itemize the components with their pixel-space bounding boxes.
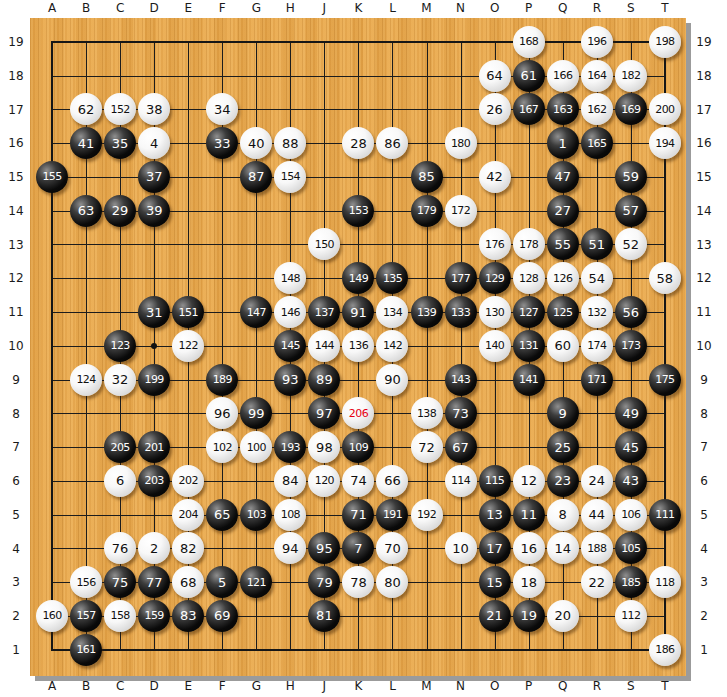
intersection-f10[interactable] bbox=[205, 329, 239, 363]
intersection-n10[interactable] bbox=[444, 329, 478, 363]
intersection-o18[interactable]: 64 bbox=[478, 59, 512, 93]
intersection-a16[interactable] bbox=[35, 126, 69, 160]
intersection-c3[interactable]: 75 bbox=[103, 565, 137, 599]
intersection-k5[interactable]: 71 bbox=[341, 498, 375, 532]
intersection-j4[interactable]: 95 bbox=[307, 531, 341, 565]
intersection-t4[interactable] bbox=[648, 531, 682, 565]
intersection-f14[interactable] bbox=[205, 194, 239, 228]
intersection-c1[interactable] bbox=[103, 633, 137, 667]
intersection-b2[interactable]: 157 bbox=[69, 599, 103, 633]
intersection-h9[interactable]: 93 bbox=[273, 363, 307, 397]
intersection-r4[interactable]: 188 bbox=[580, 531, 614, 565]
intersection-g18[interactable] bbox=[239, 59, 273, 93]
intersection-a12[interactable] bbox=[35, 261, 69, 295]
intersection-g10[interactable] bbox=[239, 329, 273, 363]
intersection-o17[interactable]: 26 bbox=[478, 93, 512, 127]
intersection-a17[interactable] bbox=[35, 93, 69, 127]
intersection-d1[interactable] bbox=[137, 633, 171, 667]
intersection-m1[interactable] bbox=[410, 633, 444, 667]
intersection-g1[interactable] bbox=[239, 633, 273, 667]
intersection-r12[interactable]: 54 bbox=[580, 261, 614, 295]
intersection-b11[interactable] bbox=[69, 295, 103, 329]
intersection-e4[interactable]: 82 bbox=[171, 531, 205, 565]
intersection-n1[interactable] bbox=[444, 633, 478, 667]
intersection-s3[interactable]: 185 bbox=[614, 565, 648, 599]
intersection-f6[interactable] bbox=[205, 464, 239, 498]
intersection-k12[interactable]: 149 bbox=[341, 261, 375, 295]
intersection-m7[interactable]: 72 bbox=[410, 430, 444, 464]
intersection-g17[interactable] bbox=[239, 93, 273, 127]
intersection-l6[interactable]: 66 bbox=[375, 464, 409, 498]
intersection-q19[interactable] bbox=[546, 25, 580, 59]
intersection-n9[interactable]: 143 bbox=[444, 363, 478, 397]
intersection-r1[interactable] bbox=[580, 633, 614, 667]
intersection-f4[interactable] bbox=[205, 531, 239, 565]
intersection-l12[interactable]: 135 bbox=[375, 261, 409, 295]
intersection-l18[interactable] bbox=[375, 59, 409, 93]
intersection-o6[interactable]: 115 bbox=[478, 464, 512, 498]
intersection-r10[interactable]: 174 bbox=[580, 329, 614, 363]
intersection-b8[interactable] bbox=[69, 396, 103, 430]
intersection-p19[interactable]: 168 bbox=[512, 25, 546, 59]
intersection-j8[interactable]: 97 bbox=[307, 396, 341, 430]
intersection-o16[interactable] bbox=[478, 126, 512, 160]
intersection-b12[interactable] bbox=[69, 261, 103, 295]
intersection-f8[interactable]: 96 bbox=[205, 396, 239, 430]
intersection-s14[interactable]: 57 bbox=[614, 194, 648, 228]
intersection-d15[interactable]: 37 bbox=[137, 160, 171, 194]
intersection-g3[interactable]: 121 bbox=[239, 565, 273, 599]
intersection-c17[interactable]: 152 bbox=[103, 93, 137, 127]
intersection-j14[interactable] bbox=[307, 194, 341, 228]
intersection-t9[interactable]: 175 bbox=[648, 363, 682, 397]
intersection-n8[interactable]: 73 bbox=[444, 396, 478, 430]
intersection-q1[interactable] bbox=[546, 633, 580, 667]
intersection-t1[interactable]: 186 bbox=[648, 633, 682, 667]
intersection-j13[interactable]: 150 bbox=[307, 228, 341, 262]
intersection-d2[interactable]: 159 bbox=[137, 599, 171, 633]
intersection-f2[interactable]: 69 bbox=[205, 599, 239, 633]
intersection-d18[interactable] bbox=[137, 59, 171, 93]
intersection-d6[interactable]: 203 bbox=[137, 464, 171, 498]
intersection-g13[interactable] bbox=[239, 228, 273, 262]
intersection-k14[interactable]: 153 bbox=[341, 194, 375, 228]
intersection-s11[interactable]: 56 bbox=[614, 295, 648, 329]
intersection-a14[interactable] bbox=[35, 194, 69, 228]
intersection-l11[interactable]: 134 bbox=[375, 295, 409, 329]
intersection-o5[interactable]: 13 bbox=[478, 498, 512, 532]
intersection-s10[interactable]: 173 bbox=[614, 329, 648, 363]
intersection-p10[interactable]: 131 bbox=[512, 329, 546, 363]
intersection-h17[interactable] bbox=[273, 93, 307, 127]
intersection-p3[interactable]: 18 bbox=[512, 565, 546, 599]
intersection-o8[interactable] bbox=[478, 396, 512, 430]
intersection-q8[interactable]: 9 bbox=[546, 396, 580, 430]
intersection-r5[interactable]: 44 bbox=[580, 498, 614, 532]
intersection-d4[interactable]: 2 bbox=[137, 531, 171, 565]
intersection-f17[interactable]: 34 bbox=[205, 93, 239, 127]
intersection-c6[interactable]: 6 bbox=[103, 464, 137, 498]
intersection-q7[interactable]: 25 bbox=[546, 430, 580, 464]
intersection-j5[interactable] bbox=[307, 498, 341, 532]
intersection-q18[interactable]: 166 bbox=[546, 59, 580, 93]
intersection-r2[interactable] bbox=[580, 599, 614, 633]
intersection-c18[interactable] bbox=[103, 59, 137, 93]
intersection-t8[interactable] bbox=[648, 396, 682, 430]
intersection-k17[interactable] bbox=[341, 93, 375, 127]
intersection-k4[interactable]: 7 bbox=[341, 531, 375, 565]
intersection-s4[interactable]: 105 bbox=[614, 531, 648, 565]
intersection-d12[interactable] bbox=[137, 261, 171, 295]
intersection-j15[interactable] bbox=[307, 160, 341, 194]
intersection-q6[interactable]: 23 bbox=[546, 464, 580, 498]
intersection-c4[interactable]: 76 bbox=[103, 531, 137, 565]
intersection-d19[interactable] bbox=[137, 25, 171, 59]
intersection-r13[interactable]: 51 bbox=[580, 228, 614, 262]
intersection-h12[interactable]: 148 bbox=[273, 261, 307, 295]
intersection-f19[interactable] bbox=[205, 25, 239, 59]
intersection-l8[interactable] bbox=[375, 396, 409, 430]
intersection-h6[interactable]: 84 bbox=[273, 464, 307, 498]
intersection-m13[interactable] bbox=[410, 228, 444, 262]
intersection-o19[interactable] bbox=[478, 25, 512, 59]
intersection-k2[interactable] bbox=[341, 599, 375, 633]
intersection-g9[interactable] bbox=[239, 363, 273, 397]
intersection-h7[interactable]: 193 bbox=[273, 430, 307, 464]
intersection-j17[interactable] bbox=[307, 93, 341, 127]
intersection-r18[interactable]: 164 bbox=[580, 59, 614, 93]
intersection-t5[interactable]: 111 bbox=[648, 498, 682, 532]
intersection-n14[interactable]: 172 bbox=[444, 194, 478, 228]
intersection-d10[interactable] bbox=[137, 329, 171, 363]
intersection-d17[interactable]: 38 bbox=[137, 93, 171, 127]
intersection-m4[interactable] bbox=[410, 531, 444, 565]
intersection-m16[interactable] bbox=[410, 126, 444, 160]
intersection-f12[interactable] bbox=[205, 261, 239, 295]
intersection-e6[interactable]: 202 bbox=[171, 464, 205, 498]
intersection-b4[interactable] bbox=[69, 531, 103, 565]
intersection-s2[interactable]: 112 bbox=[614, 599, 648, 633]
intersection-n11[interactable]: 133 bbox=[444, 295, 478, 329]
intersection-a8[interactable] bbox=[35, 396, 69, 430]
intersection-q9[interactable] bbox=[546, 363, 580, 397]
intersection-g7[interactable]: 100 bbox=[239, 430, 273, 464]
intersection-k19[interactable] bbox=[341, 25, 375, 59]
intersection-l15[interactable] bbox=[375, 160, 409, 194]
intersection-h15[interactable]: 154 bbox=[273, 160, 307, 194]
intersection-s9[interactable] bbox=[614, 363, 648, 397]
intersection-n3[interactable] bbox=[444, 565, 478, 599]
intersection-m8[interactable]: 138 bbox=[410, 396, 444, 430]
intersection-e3[interactable]: 68 bbox=[171, 565, 205, 599]
intersection-k8[interactable]: 206 bbox=[341, 396, 375, 430]
intersection-o15[interactable]: 42 bbox=[478, 160, 512, 194]
intersection-o3[interactable]: 15 bbox=[478, 565, 512, 599]
intersection-r3[interactable]: 22 bbox=[580, 565, 614, 599]
intersection-p13[interactable]: 178 bbox=[512, 228, 546, 262]
intersection-n7[interactable]: 67 bbox=[444, 430, 478, 464]
intersection-m3[interactable] bbox=[410, 565, 444, 599]
intersection-k10[interactable]: 136 bbox=[341, 329, 375, 363]
intersection-h14[interactable] bbox=[273, 194, 307, 228]
intersection-m18[interactable] bbox=[410, 59, 444, 93]
intersection-p12[interactable]: 128 bbox=[512, 261, 546, 295]
intersection-m12[interactable] bbox=[410, 261, 444, 295]
intersection-d3[interactable]: 77 bbox=[137, 565, 171, 599]
intersection-e11[interactable]: 151 bbox=[171, 295, 205, 329]
intersection-s17[interactable]: 169 bbox=[614, 93, 648, 127]
intersection-s16[interactable] bbox=[614, 126, 648, 160]
intersection-o12[interactable]: 129 bbox=[478, 261, 512, 295]
intersection-l17[interactable] bbox=[375, 93, 409, 127]
intersection-t11[interactable] bbox=[648, 295, 682, 329]
intersection-f13[interactable] bbox=[205, 228, 239, 262]
intersection-n6[interactable]: 114 bbox=[444, 464, 478, 498]
intersection-c2[interactable]: 158 bbox=[103, 599, 137, 633]
intersection-k9[interactable] bbox=[341, 363, 375, 397]
intersection-p6[interactable]: 12 bbox=[512, 464, 546, 498]
intersection-s15[interactable]: 59 bbox=[614, 160, 648, 194]
intersection-q12[interactable]: 126 bbox=[546, 261, 580, 295]
intersection-j18[interactable] bbox=[307, 59, 341, 93]
intersection-s8[interactable]: 49 bbox=[614, 396, 648, 430]
intersection-q13[interactable]: 55 bbox=[546, 228, 580, 262]
intersection-a11[interactable] bbox=[35, 295, 69, 329]
intersection-l4[interactable]: 70 bbox=[375, 531, 409, 565]
intersection-l7[interactable] bbox=[375, 430, 409, 464]
intersection-a5[interactable] bbox=[35, 498, 69, 532]
intersection-f15[interactable] bbox=[205, 160, 239, 194]
intersection-m10[interactable] bbox=[410, 329, 444, 363]
intersection-d9[interactable]: 199 bbox=[137, 363, 171, 397]
intersection-f7[interactable]: 102 bbox=[205, 430, 239, 464]
intersection-g19[interactable] bbox=[239, 25, 273, 59]
intersection-n16[interactable]: 180 bbox=[444, 126, 478, 160]
intersection-p2[interactable]: 19 bbox=[512, 599, 546, 633]
intersection-t14[interactable] bbox=[648, 194, 682, 228]
intersection-f18[interactable] bbox=[205, 59, 239, 93]
intersection-a15[interactable]: 155 bbox=[35, 160, 69, 194]
intersection-j19[interactable] bbox=[307, 25, 341, 59]
intersection-t10[interactable] bbox=[648, 329, 682, 363]
intersection-q16[interactable]: 1 bbox=[546, 126, 580, 160]
intersection-h18[interactable] bbox=[273, 59, 307, 93]
intersection-c11[interactable] bbox=[103, 295, 137, 329]
intersection-f3[interactable]: 5 bbox=[205, 565, 239, 599]
intersection-p8[interactable] bbox=[512, 396, 546, 430]
intersection-p11[interactable]: 127 bbox=[512, 295, 546, 329]
intersection-t13[interactable] bbox=[648, 228, 682, 262]
intersection-t16[interactable]: 194 bbox=[648, 126, 682, 160]
intersection-s1[interactable] bbox=[614, 633, 648, 667]
intersection-a1[interactable] bbox=[35, 633, 69, 667]
intersection-d11[interactable]: 31 bbox=[137, 295, 171, 329]
intersection-k1[interactable] bbox=[341, 633, 375, 667]
intersection-h11[interactable]: 146 bbox=[273, 295, 307, 329]
intersection-n17[interactable] bbox=[444, 93, 478, 127]
intersection-e15[interactable] bbox=[171, 160, 205, 194]
intersection-k11[interactable]: 91 bbox=[341, 295, 375, 329]
intersection-e18[interactable] bbox=[171, 59, 205, 93]
intersection-c19[interactable] bbox=[103, 25, 137, 59]
intersection-m15[interactable]: 85 bbox=[410, 160, 444, 194]
intersection-b5[interactable] bbox=[69, 498, 103, 532]
intersection-a6[interactable] bbox=[35, 464, 69, 498]
intersection-t2[interactable] bbox=[648, 599, 682, 633]
intersection-c5[interactable] bbox=[103, 498, 137, 532]
intersection-m14[interactable]: 179 bbox=[410, 194, 444, 228]
intersection-m17[interactable] bbox=[410, 93, 444, 127]
intersection-k3[interactable]: 78 bbox=[341, 565, 375, 599]
intersection-j2[interactable]: 81 bbox=[307, 599, 341, 633]
intersection-e14[interactable] bbox=[171, 194, 205, 228]
intersection-h10[interactable]: 145 bbox=[273, 329, 307, 363]
intersection-f5[interactable]: 65 bbox=[205, 498, 239, 532]
intersection-g5[interactable]: 103 bbox=[239, 498, 273, 532]
intersection-g15[interactable]: 87 bbox=[239, 160, 273, 194]
intersection-f16[interactable]: 33 bbox=[205, 126, 239, 160]
intersection-t6[interactable] bbox=[648, 464, 682, 498]
intersection-s6[interactable]: 43 bbox=[614, 464, 648, 498]
intersection-p15[interactable] bbox=[512, 160, 546, 194]
intersection-a19[interactable] bbox=[35, 25, 69, 59]
intersection-h16[interactable]: 88 bbox=[273, 126, 307, 160]
intersection-t15[interactable] bbox=[648, 160, 682, 194]
intersection-l2[interactable] bbox=[375, 599, 409, 633]
intersection-l3[interactable]: 80 bbox=[375, 565, 409, 599]
intersection-b18[interactable] bbox=[69, 59, 103, 93]
intersection-j1[interactable] bbox=[307, 633, 341, 667]
intersection-q2[interactable]: 20 bbox=[546, 599, 580, 633]
intersection-t17[interactable]: 200 bbox=[648, 93, 682, 127]
intersection-q3[interactable] bbox=[546, 565, 580, 599]
intersection-c12[interactable] bbox=[103, 261, 137, 295]
intersection-l10[interactable]: 142 bbox=[375, 329, 409, 363]
intersection-d14[interactable]: 39 bbox=[137, 194, 171, 228]
intersection-s7[interactable]: 45 bbox=[614, 430, 648, 464]
intersection-g14[interactable] bbox=[239, 194, 273, 228]
intersection-j12[interactable] bbox=[307, 261, 341, 295]
intersection-b16[interactable]: 41 bbox=[69, 126, 103, 160]
intersection-k16[interactable]: 28 bbox=[341, 126, 375, 160]
intersection-g12[interactable] bbox=[239, 261, 273, 295]
intersection-a3[interactable] bbox=[35, 565, 69, 599]
intersection-l9[interactable]: 90 bbox=[375, 363, 409, 397]
intersection-r8[interactable] bbox=[580, 396, 614, 430]
intersection-s18[interactable]: 182 bbox=[614, 59, 648, 93]
intersection-o1[interactable] bbox=[478, 633, 512, 667]
intersection-c16[interactable]: 35 bbox=[103, 126, 137, 160]
intersection-n13[interactable] bbox=[444, 228, 478, 262]
intersection-p18[interactable]: 61 bbox=[512, 59, 546, 93]
intersection-e2[interactable]: 83 bbox=[171, 599, 205, 633]
intersection-h13[interactable] bbox=[273, 228, 307, 262]
intersection-k6[interactable]: 74 bbox=[341, 464, 375, 498]
intersection-d16[interactable]: 4 bbox=[137, 126, 171, 160]
intersection-o11[interactable]: 130 bbox=[478, 295, 512, 329]
intersection-g11[interactable]: 147 bbox=[239, 295, 273, 329]
intersection-t3[interactable]: 118 bbox=[648, 565, 682, 599]
intersection-p17[interactable]: 167 bbox=[512, 93, 546, 127]
intersection-n4[interactable]: 10 bbox=[444, 531, 478, 565]
intersection-e7[interactable] bbox=[171, 430, 205, 464]
intersection-o10[interactable]: 140 bbox=[478, 329, 512, 363]
intersection-k13[interactable] bbox=[341, 228, 375, 262]
intersection-e19[interactable] bbox=[171, 25, 205, 59]
intersection-b19[interactable] bbox=[69, 25, 103, 59]
intersection-n18[interactable] bbox=[444, 59, 478, 93]
intersection-l5[interactable]: 191 bbox=[375, 498, 409, 532]
intersection-a4[interactable] bbox=[35, 531, 69, 565]
intersection-d7[interactable]: 201 bbox=[137, 430, 171, 464]
intersection-b6[interactable] bbox=[69, 464, 103, 498]
intersection-l14[interactable] bbox=[375, 194, 409, 228]
intersection-t7[interactable] bbox=[648, 430, 682, 464]
intersection-p7[interactable] bbox=[512, 430, 546, 464]
intersection-b7[interactable] bbox=[69, 430, 103, 464]
intersection-s19[interactable] bbox=[614, 25, 648, 59]
intersection-r7[interactable] bbox=[580, 430, 614, 464]
intersection-q14[interactable]: 27 bbox=[546, 194, 580, 228]
intersection-l13[interactable] bbox=[375, 228, 409, 262]
intersection-b14[interactable]: 63 bbox=[69, 194, 103, 228]
intersection-n2[interactable] bbox=[444, 599, 478, 633]
intersection-g8[interactable]: 99 bbox=[239, 396, 273, 430]
intersection-g2[interactable] bbox=[239, 599, 273, 633]
intersection-c7[interactable]: 205 bbox=[103, 430, 137, 464]
intersection-j6[interactable]: 120 bbox=[307, 464, 341, 498]
intersection-h19[interactable] bbox=[273, 25, 307, 59]
intersection-l16[interactable]: 86 bbox=[375, 126, 409, 160]
intersection-n19[interactable] bbox=[444, 25, 478, 59]
intersection-t12[interactable]: 58 bbox=[648, 261, 682, 295]
intersection-c13[interactable] bbox=[103, 228, 137, 262]
intersection-b3[interactable]: 156 bbox=[69, 565, 103, 599]
intersection-o9[interactable] bbox=[478, 363, 512, 397]
intersection-e9[interactable] bbox=[171, 363, 205, 397]
intersection-t19[interactable]: 198 bbox=[648, 25, 682, 59]
intersection-b1[interactable]: 161 bbox=[69, 633, 103, 667]
intersection-e16[interactable] bbox=[171, 126, 205, 160]
intersection-h4[interactable]: 94 bbox=[273, 531, 307, 565]
intersection-h5[interactable]: 108 bbox=[273, 498, 307, 532]
intersection-e5[interactable]: 204 bbox=[171, 498, 205, 532]
intersection-t18[interactable] bbox=[648, 59, 682, 93]
intersection-q10[interactable]: 60 bbox=[546, 329, 580, 363]
intersection-p14[interactable] bbox=[512, 194, 546, 228]
intersection-h3[interactable] bbox=[273, 565, 307, 599]
intersection-r6[interactable]: 24 bbox=[580, 464, 614, 498]
intersection-f1[interactable] bbox=[205, 633, 239, 667]
intersection-a9[interactable] bbox=[35, 363, 69, 397]
intersection-h8[interactable] bbox=[273, 396, 307, 430]
intersection-r15[interactable] bbox=[580, 160, 614, 194]
intersection-k15[interactable] bbox=[341, 160, 375, 194]
intersection-k7[interactable]: 109 bbox=[341, 430, 375, 464]
intersection-j10[interactable]: 144 bbox=[307, 329, 341, 363]
intersection-n12[interactable]: 177 bbox=[444, 261, 478, 295]
intersection-f11[interactable] bbox=[205, 295, 239, 329]
intersection-s5[interactable]: 106 bbox=[614, 498, 648, 532]
intersection-r17[interactable]: 162 bbox=[580, 93, 614, 127]
intersection-e17[interactable] bbox=[171, 93, 205, 127]
intersection-s12[interactable] bbox=[614, 261, 648, 295]
intersection-e8[interactable] bbox=[171, 396, 205, 430]
intersection-r11[interactable]: 132 bbox=[580, 295, 614, 329]
intersection-d13[interactable] bbox=[137, 228, 171, 262]
intersection-n15[interactable] bbox=[444, 160, 478, 194]
intersection-a13[interactable] bbox=[35, 228, 69, 262]
